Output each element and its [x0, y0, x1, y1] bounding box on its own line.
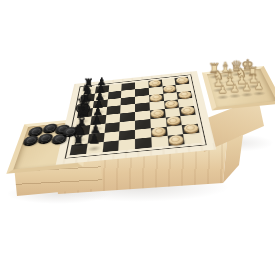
light-checker-piece [180, 106, 195, 115]
board-game-product-photo: ♜♟♞♟♝♟♛♟♚♟♝♟♞♟♜♟ ♜♝♛♚♞♝♞♜♟♟♟♟♟♟♟♟ [0, 0, 275, 275]
board-pieces-layer: ♜♟♞♟♝♟♛♟♚♟♝♟♞♟♜♟ [56, 71, 217, 165]
light-checker-piece [151, 126, 166, 136]
table-plane: ♜♟♞♟♝♟♛♟♚♟♝♟♞♟♜♟ ♜♝♛♚♞♝♞♜♟♟♟♟♟♟♟♟ [0, 54, 275, 191]
light-checker-piece [163, 85, 176, 93]
drawer-shadow [6, 184, 110, 204]
black-pawn-glyph: ♟ [82, 130, 106, 148]
light-checker-piece [150, 109, 164, 118]
light-checker-piece [183, 123, 199, 133]
light-checker-piece [178, 90, 192, 98]
light-checker-piece [150, 93, 163, 101]
game-board-box-top: ♜♟♞♟♝♟♛♟♚♟♝♟♞♟♜♟ [56, 71, 217, 165]
light-checker-piece [166, 116, 181, 125]
light-wood-pawn-glyph: ♟ [248, 78, 270, 93]
light-checker-piece [175, 77, 188, 84]
light-checker-piece [168, 134, 184, 144]
chess-pieces-tray: ♜♝♛♚♞♝♞♜♟♟♟♟♟♟♟♟ [202, 66, 275, 111]
